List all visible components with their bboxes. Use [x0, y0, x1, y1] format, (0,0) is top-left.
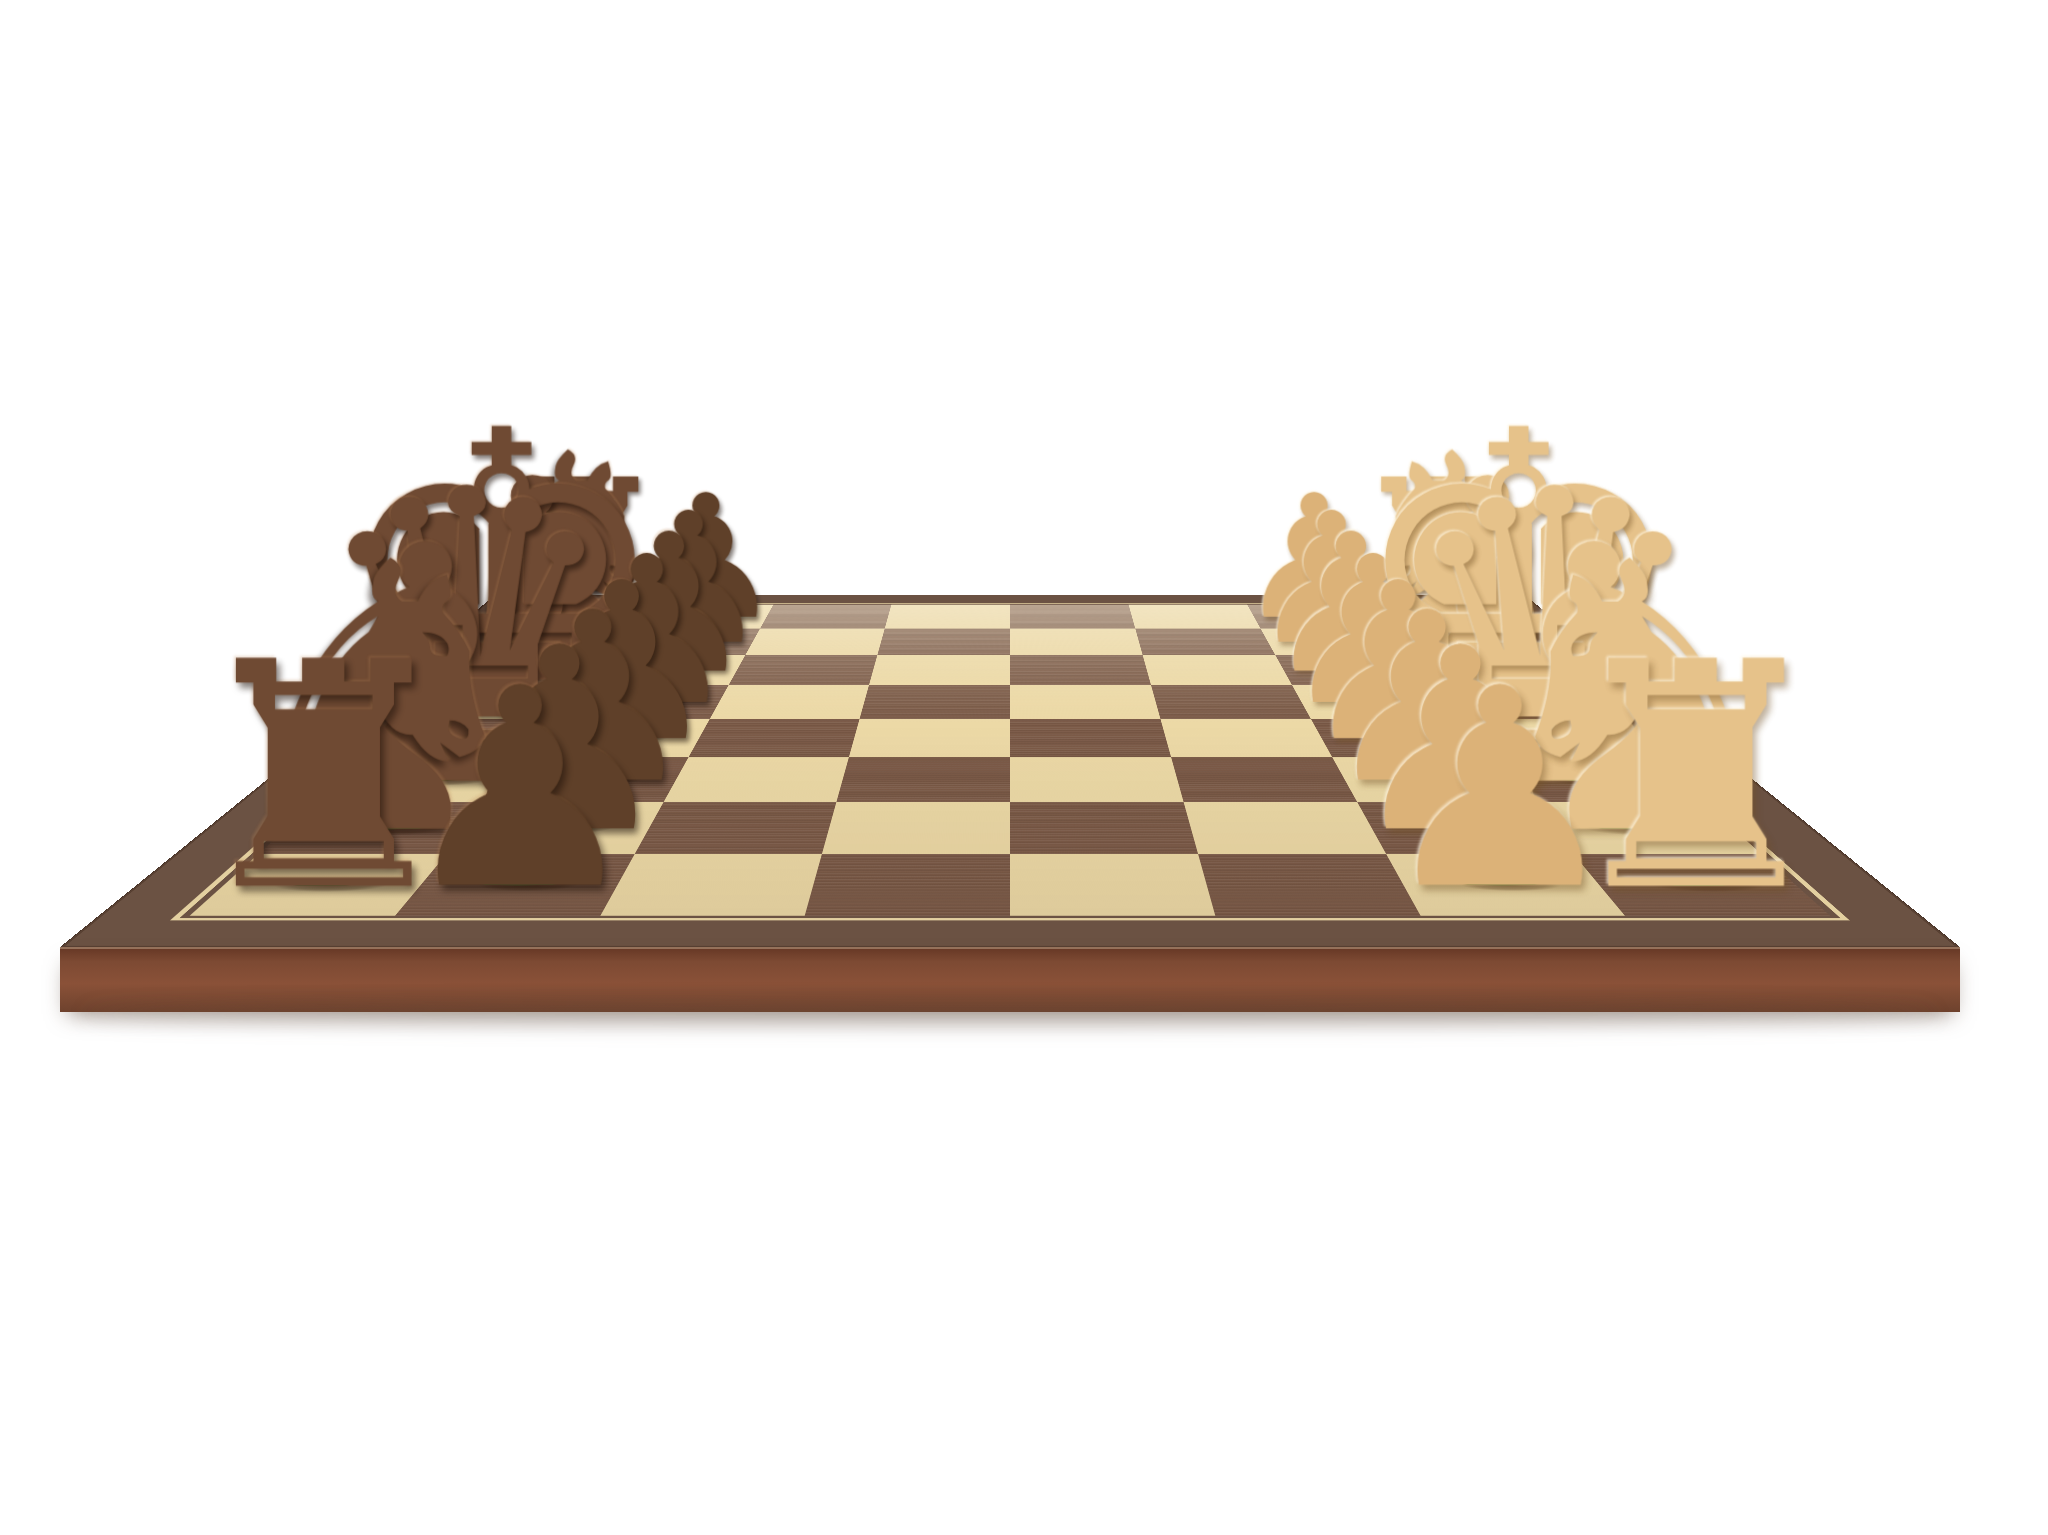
square-a4 — [1010, 854, 1215, 916]
board-drop-shadow — [84, 1006, 1936, 1024]
board-front-edge — [60, 947, 1960, 1012]
chess-board: ♜♟♟♜♞♟♟♞♝♟♟♝♚♟♟♚♛♟♟♛♝♟♟♝♞♟♟♞♜♟♟♜ — [60, 595, 1960, 947]
square-g4 — [1010, 628, 1142, 655]
square-c5 — [837, 757, 1010, 802]
chess-set-photo-scene: ♜♟♟♜♞♟♟♞♝♟♟♝♚♟♟♚♛♟♟♛♝♟♟♝♞♟♟♞♜♟♟♜ — [0, 0, 2048, 1535]
square-a5 — [805, 854, 1010, 916]
square-d5 — [849, 719, 1010, 758]
square-b5 — [822, 802, 1010, 854]
square-f4 — [1010, 655, 1151, 685]
square-g5 — [878, 628, 1010, 655]
square-c4 — [1010, 757, 1183, 802]
square-d4 — [1010, 719, 1171, 758]
square-b4 — [1010, 802, 1198, 854]
square-e4 — [1010, 685, 1160, 719]
square-h5 — [885, 605, 1010, 629]
square-e5 — [860, 685, 1010, 719]
square-f5 — [869, 655, 1010, 685]
square-h4 — [1010, 605, 1135, 629]
